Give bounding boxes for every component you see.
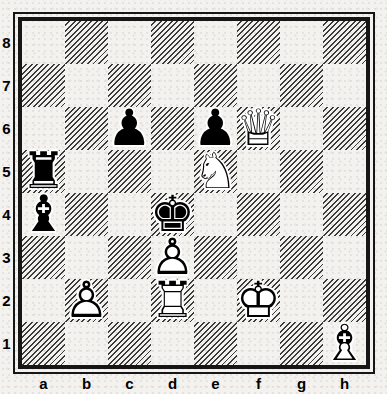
square-d6[interactable]	[151, 107, 194, 150]
rank-labels: 87654321	[0, 21, 13, 365]
rank-label-8: 8	[0, 21, 13, 64]
file-label-f: f	[237, 373, 280, 393]
piece-black-bishop-a4[interactable]: ♝♝	[22, 193, 65, 236]
square-b6[interactable]	[65, 107, 108, 150]
square-d2[interactable]: ♜♖	[151, 279, 194, 322]
square-h7[interactable]	[323, 64, 366, 107]
square-f4[interactable]	[237, 193, 280, 236]
square-c8[interactable]	[108, 21, 151, 64]
square-a1[interactable]	[22, 322, 65, 365]
piece-glyph: ♘	[194, 150, 237, 193]
square-d7[interactable]	[151, 64, 194, 107]
square-b2[interactable]: ♟♙	[65, 279, 108, 322]
square-b5[interactable]	[65, 150, 108, 193]
square-f1[interactable]	[237, 322, 280, 365]
piece-white-king-f2[interactable]: ♚♔	[237, 279, 280, 322]
chess-diagram-page: 87654321 ♟♟♟♟♛♕♜♜♞♘♝♝♚♚♟♙♟♙♜♖♚♔♝♗ abcdef…	[0, 0, 387, 394]
square-e3[interactable]	[194, 236, 237, 279]
square-h6[interactable]	[323, 107, 366, 150]
board-outer-border: ♟♟♟♟♛♕♜♜♞♘♝♝♚♚♟♙♟♙♜♖♚♔♝♗	[13, 12, 375, 374]
square-c6[interactable]: ♟♟	[108, 107, 151, 150]
file-label-h: h	[323, 373, 366, 393]
square-e5[interactable]: ♞♘	[194, 150, 237, 193]
square-h8[interactable]	[323, 21, 366, 64]
square-a2[interactable]	[22, 279, 65, 322]
piece-white-bishop-h1[interactable]: ♝♗	[323, 322, 366, 365]
square-h3[interactable]	[323, 236, 366, 279]
rank-label-5: 5	[0, 150, 13, 193]
piece-white-pawn-b2[interactable]: ♟♙	[65, 279, 108, 322]
square-d1[interactable]	[151, 322, 194, 365]
square-e4[interactable]	[194, 193, 237, 236]
square-b4[interactable]	[65, 193, 108, 236]
square-f5[interactable]	[237, 150, 280, 193]
piece-glyph: ♝	[22, 193, 65, 236]
square-a3[interactable]	[22, 236, 65, 279]
square-e8[interactable]	[194, 21, 237, 64]
piece-white-queen-f6[interactable]: ♛♕	[237, 107, 280, 150]
chess-board: ♟♟♟♟♛♕♜♜♞♘♝♝♚♚♟♙♟♙♜♖♚♔♝♗	[22, 21, 366, 365]
file-label-g: g	[280, 373, 323, 393]
file-labels: abcdefgh	[22, 373, 366, 393]
square-c3[interactable]	[108, 236, 151, 279]
piece-glyph: ♖	[151, 279, 194, 322]
square-h1[interactable]: ♝♗	[323, 322, 366, 365]
square-a4[interactable]: ♝♝	[22, 193, 65, 236]
square-c4[interactable]	[108, 193, 151, 236]
square-e2[interactable]	[194, 279, 237, 322]
square-e1[interactable]	[194, 322, 237, 365]
piece-black-pawn-c6[interactable]: ♟♟	[108, 107, 151, 150]
square-f8[interactable]	[237, 21, 280, 64]
square-g8[interactable]	[280, 21, 323, 64]
piece-glyph: ♔	[237, 279, 280, 322]
rank-label-7: 7	[0, 64, 13, 107]
square-c1[interactable]	[108, 322, 151, 365]
square-c2[interactable]	[108, 279, 151, 322]
square-g5[interactable]	[280, 150, 323, 193]
file-label-d: d	[151, 373, 194, 393]
piece-glyph: ♗	[323, 322, 366, 365]
square-b8[interactable]	[65, 21, 108, 64]
board-inner-border: ♟♟♟♟♛♕♜♜♞♘♝♝♚♚♟♙♟♙♜♖♚♔♝♗	[18, 17, 370, 369]
piece-white-rook-d2[interactable]: ♜♖	[151, 279, 194, 322]
square-b7[interactable]	[65, 64, 108, 107]
rank-label-6: 6	[0, 107, 13, 150]
piece-glyph: ♕	[237, 107, 280, 150]
square-f2[interactable]: ♚♔	[237, 279, 280, 322]
square-f6[interactable]: ♛♕	[237, 107, 280, 150]
square-g6[interactable]	[280, 107, 323, 150]
square-c5[interactable]	[108, 150, 151, 193]
piece-glyph: ♟	[108, 107, 151, 150]
square-h5[interactable]	[323, 150, 366, 193]
square-g1[interactable]	[280, 322, 323, 365]
piece-white-knight-e5[interactable]: ♞♘	[194, 150, 237, 193]
square-a7[interactable]	[22, 64, 65, 107]
square-d8[interactable]	[151, 21, 194, 64]
file-label-e: e	[194, 373, 237, 393]
rank-label-1: 1	[0, 322, 13, 365]
piece-glyph: ♙	[65, 279, 108, 322]
square-b1[interactable]	[65, 322, 108, 365]
rank-label-4: 4	[0, 193, 13, 236]
square-g4[interactable]	[280, 193, 323, 236]
square-a8[interactable]	[22, 21, 65, 64]
file-label-a: a	[22, 373, 65, 393]
file-label-c: c	[108, 373, 151, 393]
rank-label-3: 3	[0, 236, 13, 279]
square-g2[interactable]	[280, 279, 323, 322]
square-h4[interactable]	[323, 193, 366, 236]
square-g7[interactable]	[280, 64, 323, 107]
rank-label-2: 2	[0, 279, 13, 322]
file-label-b: b	[65, 373, 108, 393]
square-g3[interactable]	[280, 236, 323, 279]
